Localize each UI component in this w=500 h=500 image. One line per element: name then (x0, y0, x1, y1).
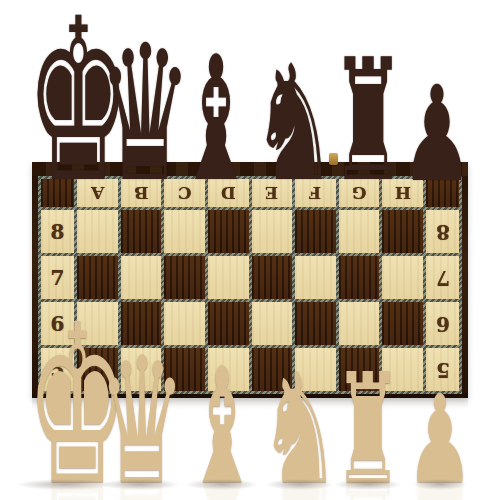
board-grid: ABCDEFGH88776655 (38, 176, 462, 394)
dark-knight-piece: ♞ (219, 20, 369, 180)
file-label: B (121, 179, 162, 207)
board-square (164, 256, 205, 299)
rank-label-left-text: 7 (51, 266, 65, 290)
piece-reflection: ♝ (183, 459, 261, 500)
file-label-text: G (352, 183, 367, 203)
rank-label-left: 6 (41, 302, 74, 345)
board-square (208, 348, 249, 391)
corner-cell (426, 179, 459, 207)
dark-pawn-piece: ♟ (362, 48, 500, 180)
board-square (121, 256, 162, 299)
rank-label-right-text: 8 (436, 220, 450, 244)
rank-label-right: 6 (426, 302, 459, 345)
board-square (121, 302, 162, 345)
board-square (77, 302, 118, 345)
board-square (339, 348, 380, 391)
file-label: H (382, 179, 423, 207)
file-label: D (208, 179, 249, 207)
file-label: G (339, 179, 380, 207)
board-square (382, 302, 423, 345)
rank-label-left: 8 (41, 210, 74, 253)
board-square (339, 210, 380, 253)
board-square (295, 302, 336, 345)
piece-reflection: ♛ (98, 457, 182, 500)
rank-label-right-text: 5 (436, 358, 450, 382)
board-square (252, 348, 293, 391)
board-square (77, 210, 118, 253)
board-square (295, 256, 336, 299)
board-square (252, 210, 293, 253)
board-square (77, 256, 118, 299)
rank-label-left: 5 (41, 348, 74, 391)
chess-board: ABCDEFGH88776655 (32, 162, 468, 398)
chess-set-product-photo: ABCDEFGH88776655 ♚ ♛ ♝ ♞ ♜ ♟ ♚♚ ♛♛ ♝♝ ♞♞… (0, 0, 500, 500)
board-square (208, 256, 249, 299)
piece-reflection: ♟ (394, 465, 487, 500)
file-label-text: H (395, 183, 411, 203)
rank-label-left-text: 8 (51, 220, 65, 244)
dark-queen-piece: ♛ (65, 0, 215, 180)
board-square (382, 210, 423, 253)
board-square (382, 348, 423, 391)
board-square (252, 302, 293, 345)
board-square (164, 210, 205, 253)
board-top-edge (32, 162, 468, 176)
board-square (164, 302, 205, 345)
board-square (295, 210, 336, 253)
file-label: A (77, 179, 118, 207)
file-label: F (295, 179, 336, 207)
rank-label-left-text: 6 (51, 312, 65, 336)
rank-label-left: 7 (41, 256, 74, 299)
dark-rook-piece: ♜ (293, 12, 443, 180)
file-label-text: B (134, 183, 148, 203)
piece-reflection: ♞ (255, 460, 345, 500)
rank-label-right-text: 7 (436, 266, 450, 290)
dark-king-piece: ♚ (0, 0, 140, 180)
rank-label-right: 8 (426, 210, 459, 253)
board-square (339, 302, 380, 345)
corner-cell (41, 179, 74, 207)
dark-bishop-piece: ♝ (140, 8, 290, 180)
brass-clasp-icon (329, 153, 338, 165)
file-label-text: D (221, 183, 236, 203)
piece-reflection: ♚ (26, 450, 104, 500)
board-square (295, 348, 336, 391)
board-square (382, 256, 423, 299)
file-label: C (164, 179, 205, 207)
board-reflection (32, 398, 468, 410)
board-square (252, 256, 293, 299)
rank-label-right: 5 (426, 348, 459, 391)
board-square (339, 256, 380, 299)
file-label-text: E (265, 183, 278, 203)
file-label-text: A (91, 183, 104, 203)
board-square (121, 210, 162, 253)
rank-label-right-text: 6 (436, 312, 450, 336)
board-square (208, 210, 249, 253)
rank-label-left-text: 5 (51, 358, 65, 382)
file-label-text: F (309, 183, 321, 203)
board-square (77, 348, 118, 391)
board-square (164, 348, 205, 391)
file-label: E (252, 179, 293, 207)
board-square (208, 302, 249, 345)
file-label-text: C (178, 183, 192, 203)
board-square (121, 348, 162, 391)
piece-reflection: ♜ (331, 460, 406, 500)
rank-label-right: 7 (426, 256, 459, 299)
